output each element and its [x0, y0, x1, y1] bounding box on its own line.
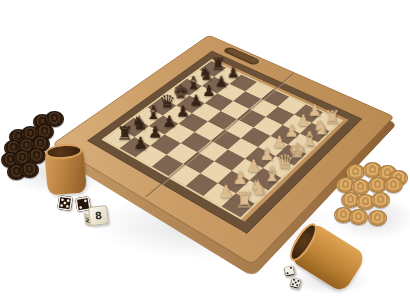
dark-chess-piece-r: ♜ — [116, 124, 133, 143]
light-checker — [349, 209, 368, 225]
light-chess-piece-p: ♟ — [246, 158, 261, 175]
dark-checker — [20, 162, 39, 178]
light-checker — [384, 177, 403, 193]
light-checker — [371, 192, 390, 208]
board-grid: ♜♞♝♛♚♝♞♜♟♟♟♟♟♟♟♟♟♟♟♟♟♟♟♟♜♞♝♛♚♝♞♜ — [102, 60, 344, 220]
dark-chess-piece-p: ♟ — [133, 136, 148, 153]
dark-chess-piece-p: ♟ — [176, 104, 190, 120]
light-checker — [368, 210, 387, 226]
dark-die: ⚄ — [57, 195, 73, 211]
dark-chess-piece-p: ♟ — [215, 74, 228, 89]
board-square: ♜ — [104, 128, 134, 148]
doubling-cube: 8 2 — [88, 205, 109, 226]
dice-cup-left — [44, 145, 87, 195]
dark-chess-piece-p: ♟ — [148, 125, 163, 141]
doubling-cube-top-value: 8 — [94, 210, 102, 222]
light-chess-piece-p: ♟ — [233, 170, 249, 187]
die-pips: ⚄ — [57, 195, 73, 211]
board-square — [195, 121, 225, 140]
light-chess-piece-p: ♟ — [259, 146, 274, 163]
chess-board: ♜♞♝♛♚♝♞♜♟♟♟♟♟♟♟♟♟♟♟♟♟♟♟♟♜♞♝♛♚♝♞♜ — [52, 35, 395, 265]
dark-chess-piece-p: ♟ — [202, 84, 216, 99]
light-chess-piece-r: ♜ — [235, 190, 254, 211]
light-chess-piece-p: ♟ — [272, 135, 287, 151]
dark-chess-piece-p: ♟ — [189, 94, 203, 109]
light-chess-piece-p: ♟ — [218, 183, 234, 201]
dark-chess-piece-p: ♟ — [227, 65, 240, 80]
dark-chess-piece-p: ♟ — [162, 114, 176, 130]
board-inner-border: ♜♞♝♛♚♝♞♜♟♟♟♟♟♟♟♟♟♟♟♟♟♟♟♟♜♞♝♛♚♝♞♜ — [88, 51, 360, 232]
product-photo-scene: ♜♞♝♛♚♝♞♜♟♟♟♟♟♟♟♟♟♟♟♟♟♟♟♟♜♞♝♛♚♝♞♜ ⚄⚁ 8 2 … — [0, 0, 410, 300]
